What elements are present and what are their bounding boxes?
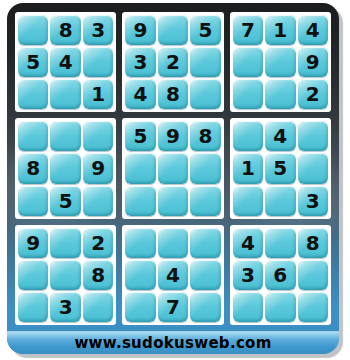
cell-r3c3[interactable]: 1 bbox=[83, 79, 113, 109]
cell-r9c7[interactable] bbox=[233, 292, 263, 322]
cell-r5c2[interactable] bbox=[50, 153, 80, 183]
cell-r9c4[interactable] bbox=[125, 292, 155, 322]
cell-r6c1[interactable] bbox=[18, 186, 48, 216]
cell-r2c3[interactable] bbox=[83, 47, 113, 77]
cell-r1c5[interactable] bbox=[158, 15, 188, 45]
cell-r3c9[interactable]: 2 bbox=[298, 79, 328, 109]
cell-r7c6[interactable] bbox=[190, 228, 220, 258]
box-3-2: 47 bbox=[122, 225, 223, 325]
cell-r6c6[interactable] bbox=[190, 186, 220, 216]
cell-r7c2[interactable] bbox=[50, 228, 80, 258]
box-1-3: 71492 bbox=[230, 12, 331, 112]
cell-r3c6[interactable] bbox=[190, 79, 220, 109]
cell-r6c8[interactable] bbox=[265, 186, 295, 216]
cell-r7c3[interactable]: 2 bbox=[83, 228, 113, 258]
cell-r2c1[interactable]: 5 bbox=[18, 47, 48, 77]
cell-r7c9[interactable]: 8 bbox=[298, 228, 328, 258]
cell-r9c3[interactable] bbox=[83, 292, 113, 322]
box-1-1: 83541 bbox=[15, 12, 116, 112]
cell-r2c2[interactable]: 4 bbox=[50, 47, 80, 77]
cell-r8c9[interactable] bbox=[298, 260, 328, 290]
cell-r9c5[interactable]: 7 bbox=[158, 292, 188, 322]
cell-r3c8[interactable] bbox=[265, 79, 295, 109]
cell-r1c2[interactable]: 8 bbox=[50, 15, 80, 45]
website-url: www.sudokusweb.com bbox=[74, 336, 271, 351]
box-2-3: 4153 bbox=[230, 118, 331, 218]
cell-r7c5[interactable] bbox=[158, 228, 188, 258]
cell-r1c7[interactable]: 7 bbox=[233, 15, 263, 45]
cell-r6c4[interactable] bbox=[125, 186, 155, 216]
cell-r9c9[interactable] bbox=[298, 292, 328, 322]
box-1-2: 953248 bbox=[122, 12, 223, 112]
cell-r2c6[interactable] bbox=[190, 47, 220, 77]
cell-r8c8[interactable]: 6 bbox=[265, 260, 295, 290]
cell-r5c9[interactable] bbox=[298, 153, 328, 183]
cell-r3c7[interactable] bbox=[233, 79, 263, 109]
cell-r5c3[interactable]: 9 bbox=[83, 153, 113, 183]
cell-r7c4[interactable] bbox=[125, 228, 155, 258]
cell-r4c7[interactable] bbox=[233, 121, 263, 151]
cell-r2c9[interactable]: 9 bbox=[298, 47, 328, 77]
cell-r2c8[interactable] bbox=[265, 47, 295, 77]
cell-r6c3[interactable] bbox=[83, 186, 113, 216]
cell-r7c8[interactable] bbox=[265, 228, 295, 258]
cell-r5c5[interactable] bbox=[158, 153, 188, 183]
cell-r8c3[interactable]: 8 bbox=[83, 260, 113, 290]
cell-r8c6[interactable] bbox=[190, 260, 220, 290]
footer-bar: www.sudokusweb.com bbox=[7, 331, 339, 354]
box-2-2: 598 bbox=[122, 118, 223, 218]
puzzle-container: 835419532487149289559841539283474836 www… bbox=[0, 0, 350, 360]
cell-r3c5[interactable]: 8 bbox=[158, 79, 188, 109]
cell-r8c2[interactable] bbox=[50, 260, 80, 290]
cell-r1c6[interactable]: 5 bbox=[190, 15, 220, 45]
cell-r4c3[interactable] bbox=[83, 121, 113, 151]
cell-r8c1[interactable] bbox=[18, 260, 48, 290]
cell-r1c3[interactable]: 3 bbox=[83, 15, 113, 45]
cell-r9c1[interactable] bbox=[18, 292, 48, 322]
cell-r6c9[interactable]: 3 bbox=[298, 186, 328, 216]
cell-r3c4[interactable]: 4 bbox=[125, 79, 155, 109]
cell-r4c8[interactable]: 4 bbox=[265, 121, 295, 151]
cell-r1c8[interactable]: 1 bbox=[265, 15, 295, 45]
cell-r8c7[interactable]: 3 bbox=[233, 260, 263, 290]
cell-r2c7[interactable] bbox=[233, 47, 263, 77]
cell-r2c5[interactable]: 2 bbox=[158, 47, 188, 77]
cell-r7c1[interactable]: 9 bbox=[18, 228, 48, 258]
cell-r1c1[interactable] bbox=[18, 15, 48, 45]
cell-r7c7[interactable]: 4 bbox=[233, 228, 263, 258]
box-3-3: 4836 bbox=[230, 225, 331, 325]
cell-r5c8[interactable]: 5 bbox=[265, 153, 295, 183]
cell-r6c7[interactable] bbox=[233, 186, 263, 216]
cell-r5c1[interactable]: 8 bbox=[18, 153, 48, 183]
cell-r1c9[interactable]: 4 bbox=[298, 15, 328, 45]
cell-r8c4[interactable] bbox=[125, 260, 155, 290]
sudoku-board: 835419532487149289559841539283474836 bbox=[7, 3, 339, 331]
board-frame: 835419532487149289559841539283474836 www… bbox=[7, 3, 339, 354]
cell-r9c8[interactable] bbox=[265, 292, 295, 322]
box-2-1: 895 bbox=[15, 118, 116, 218]
cell-r5c7[interactable]: 1 bbox=[233, 153, 263, 183]
cell-r3c2[interactable] bbox=[50, 79, 80, 109]
cell-r3c1[interactable] bbox=[18, 79, 48, 109]
cell-r4c4[interactable]: 5 bbox=[125, 121, 155, 151]
cell-r4c9[interactable] bbox=[298, 121, 328, 151]
cell-r5c4[interactable] bbox=[125, 153, 155, 183]
cell-r1c4[interactable]: 9 bbox=[125, 15, 155, 45]
cell-r8c5[interactable]: 4 bbox=[158, 260, 188, 290]
cell-r5c6[interactable] bbox=[190, 153, 220, 183]
box-3-1: 9283 bbox=[15, 225, 116, 325]
cell-r9c6[interactable] bbox=[190, 292, 220, 322]
cell-r6c5[interactable] bbox=[158, 186, 188, 216]
cell-r9c2[interactable]: 3 bbox=[50, 292, 80, 322]
cell-r4c6[interactable]: 8 bbox=[190, 121, 220, 151]
cell-r4c2[interactable] bbox=[50, 121, 80, 151]
cell-r6c2[interactable]: 5 bbox=[50, 186, 80, 216]
cell-r4c1[interactable] bbox=[18, 121, 48, 151]
cell-r2c4[interactable]: 3 bbox=[125, 47, 155, 77]
cell-r4c5[interactable]: 9 bbox=[158, 121, 188, 151]
